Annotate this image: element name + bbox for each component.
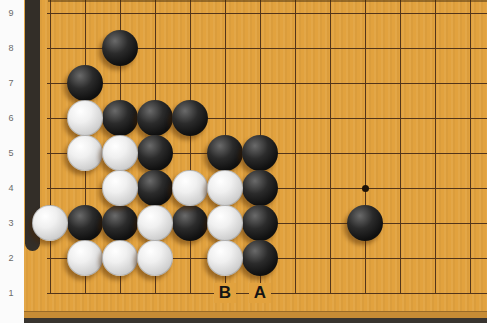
grid-line-vertical xyxy=(365,0,366,293)
grid-line-vertical xyxy=(400,0,401,293)
row-label-3: 3 xyxy=(1,217,21,229)
black-stone-D4[interactable] xyxy=(137,170,173,206)
white-stone-F2[interactable] xyxy=(207,240,243,276)
star-point-K4 xyxy=(362,185,369,192)
row-coordinate-margin: 987654321 xyxy=(0,0,24,323)
white-stone-C2[interactable] xyxy=(102,240,138,276)
white-stone-E4[interactable] xyxy=(172,170,208,206)
black-stone-B3[interactable] xyxy=(67,205,103,241)
row-label-1: 1 xyxy=(1,287,21,299)
grid-line-vertical xyxy=(435,0,436,293)
white-stone-C5[interactable] xyxy=(102,135,138,171)
grid-line-vertical xyxy=(190,0,191,293)
white-stone-D2[interactable] xyxy=(137,240,173,276)
grid-line-horizontal xyxy=(47,13,487,14)
black-stone-G2[interactable] xyxy=(242,240,278,276)
white-stone-A3[interactable] xyxy=(32,205,68,241)
row-label-8: 8 xyxy=(1,42,21,54)
white-stone-F4[interactable] xyxy=(207,170,243,206)
white-stone-B6[interactable] xyxy=(67,100,103,136)
grid-line-vertical xyxy=(330,0,331,293)
black-stone-E3[interactable] xyxy=(172,205,208,241)
black-stone-F5[interactable] xyxy=(207,135,243,171)
go-app-screen: BA 987654321 xyxy=(0,0,487,323)
row-label-9: 9 xyxy=(1,7,21,19)
grid-line-horizontal xyxy=(47,83,487,84)
point-label-A[interactable]: A xyxy=(249,283,271,303)
black-stone-G5[interactable] xyxy=(242,135,278,171)
grid-line-vertical xyxy=(470,0,471,293)
white-stone-D3[interactable] xyxy=(137,205,173,241)
black-stone-C6[interactable] xyxy=(102,100,138,136)
point-label-B[interactable]: B xyxy=(214,283,236,303)
row-label-5: 5 xyxy=(1,147,21,159)
board-bottom-shadow xyxy=(24,318,487,323)
grid-line-vertical xyxy=(50,0,51,293)
black-stone-C8[interactable] xyxy=(102,30,138,66)
white-stone-C4[interactable] xyxy=(102,170,138,206)
black-stone-D5[interactable] xyxy=(137,135,173,171)
white-stone-B5[interactable] xyxy=(67,135,103,171)
black-stone-G3[interactable] xyxy=(242,205,278,241)
board-top-shade xyxy=(48,0,487,2)
white-stone-F3[interactable] xyxy=(207,205,243,241)
row-label-2: 2 xyxy=(1,252,21,264)
white-stone-B2[interactable] xyxy=(67,240,103,276)
black-stone-E6[interactable] xyxy=(172,100,208,136)
row-label-6: 6 xyxy=(1,112,21,124)
black-stone-K3[interactable] xyxy=(347,205,383,241)
black-stone-G4[interactable] xyxy=(242,170,278,206)
black-stone-C3[interactable] xyxy=(102,205,138,241)
black-stone-B7[interactable] xyxy=(67,65,103,101)
grid-line-vertical xyxy=(295,0,296,293)
black-stone-D6[interactable] xyxy=(137,100,173,136)
row-label-7: 7 xyxy=(1,77,21,89)
go-board[interactable]: BA xyxy=(24,0,487,323)
row-label-4: 4 xyxy=(1,182,21,194)
